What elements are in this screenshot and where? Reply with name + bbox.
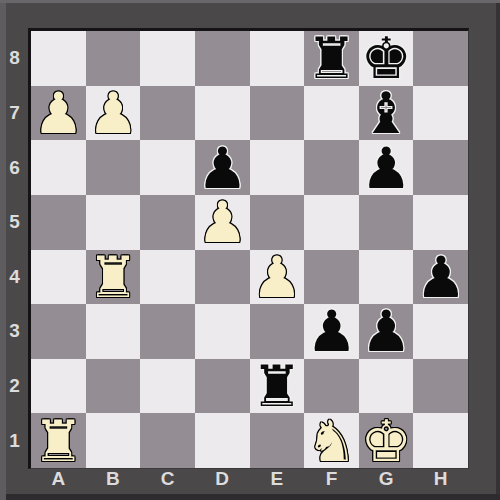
square-f1[interactable]: ♞ <box>304 413 359 468</box>
board-frame: ♜♚♟♟♝♟♟♟♜♟♟♟♟♜♜♞♚ <box>28 28 469 469</box>
square-b7[interactable]: ♟ <box>86 86 141 141</box>
square-a1[interactable]: ♜ <box>31 413 86 468</box>
square-c3[interactable] <box>140 304 195 359</box>
square-f2[interactable] <box>304 359 359 414</box>
square-a8[interactable] <box>31 31 86 86</box>
square-d7[interactable] <box>195 86 250 141</box>
rank-label-7: 7 <box>0 86 29 141</box>
square-h8[interactable] <box>413 31 468 86</box>
square-e5[interactable] <box>250 195 305 250</box>
square-b3[interactable] <box>86 304 141 359</box>
white-rook-a1[interactable]: ♜ <box>33 414 84 468</box>
square-g1[interactable]: ♚ <box>359 413 414 468</box>
file-label-c: C <box>140 466 195 492</box>
square-a5[interactable] <box>31 195 86 250</box>
square-e4[interactable]: ♟ <box>250 250 305 305</box>
white-pawn-b7[interactable]: ♟ <box>87 86 138 140</box>
square-g7[interactable]: ♝ <box>359 86 414 141</box>
square-d2[interactable] <box>195 359 250 414</box>
square-e8[interactable] <box>250 31 305 86</box>
square-e6[interactable] <box>250 140 305 195</box>
rank-label-3: 3 <box>0 304 29 359</box>
square-c6[interactable] <box>140 140 195 195</box>
file-label-d: D <box>195 466 250 492</box>
white-rook-b4[interactable]: ♜ <box>87 250 138 304</box>
black-rook-f8[interactable]: ♜ <box>306 31 357 85</box>
square-f7[interactable] <box>304 86 359 141</box>
square-f6[interactable] <box>304 140 359 195</box>
square-c4[interactable] <box>140 250 195 305</box>
square-h4[interactable]: ♟ <box>413 250 468 305</box>
black-pawn-f3[interactable]: ♟ <box>306 304 357 358</box>
square-c2[interactable] <box>140 359 195 414</box>
square-g2[interactable] <box>359 359 414 414</box>
file-label-b: B <box>86 466 141 492</box>
square-h2[interactable] <box>413 359 468 414</box>
square-c5[interactable] <box>140 195 195 250</box>
chess-diagram: 87654321 ♜♚♟♟♝♟♟♟♜♟♟♟♟♜♜♞♚ ABCDEFGH <box>0 0 500 500</box>
black-bishop-g7[interactable]: ♝ <box>361 86 412 140</box>
white-knight-f1[interactable]: ♞ <box>306 414 357 468</box>
square-f3[interactable]: ♟ <box>304 304 359 359</box>
file-label-e: E <box>250 466 305 492</box>
black-pawn-g6[interactable]: ♟ <box>361 141 412 195</box>
black-king-g8[interactable]: ♚ <box>361 31 412 85</box>
square-b5[interactable] <box>86 195 141 250</box>
black-rook-e2[interactable]: ♜ <box>251 359 302 413</box>
square-h7[interactable] <box>413 86 468 141</box>
file-label-g: G <box>359 466 414 492</box>
square-f4[interactable] <box>304 250 359 305</box>
square-h5[interactable] <box>413 195 468 250</box>
rank-label-2: 2 <box>0 359 29 414</box>
square-a3[interactable] <box>31 304 86 359</box>
file-labels: ABCDEFGH <box>31 466 468 492</box>
white-king-g1[interactable]: ♚ <box>361 414 412 468</box>
white-pawn-d5[interactable]: ♟ <box>197 195 248 249</box>
border-bevel-bottom <box>0 494 500 500</box>
rank-label-5: 5 <box>0 195 29 250</box>
square-d5[interactable]: ♟ <box>195 195 250 250</box>
file-label-f: F <box>304 466 359 492</box>
square-b8[interactable] <box>86 31 141 86</box>
black-pawn-g3[interactable]: ♟ <box>361 304 412 358</box>
file-label-h: H <box>413 466 468 492</box>
rank-label-4: 4 <box>0 250 29 305</box>
square-d1[interactable] <box>195 413 250 468</box>
border-bevel-top <box>0 0 500 3</box>
square-h1[interactable] <box>413 413 468 468</box>
white-pawn-a7[interactable]: ♟ <box>33 86 84 140</box>
square-a4[interactable] <box>31 250 86 305</box>
square-g3[interactable]: ♟ <box>359 304 414 359</box>
square-d3[interactable] <box>195 304 250 359</box>
square-e3[interactable] <box>250 304 305 359</box>
square-a7[interactable]: ♟ <box>31 86 86 141</box>
square-a2[interactable] <box>31 359 86 414</box>
square-e7[interactable] <box>250 86 305 141</box>
square-g6[interactable]: ♟ <box>359 140 414 195</box>
square-b4[interactable]: ♜ <box>86 250 141 305</box>
square-g8[interactable]: ♚ <box>359 31 414 86</box>
square-h6[interactable] <box>413 140 468 195</box>
rank-label-6: 6 <box>0 140 29 195</box>
board: ♜♚♟♟♝♟♟♟♜♟♟♟♟♜♜♞♚ <box>31 31 468 468</box>
black-pawn-d6[interactable]: ♟ <box>197 141 248 195</box>
black-pawn-h4[interactable]: ♟ <box>415 250 466 304</box>
border-bevel-right <box>496 0 500 500</box>
square-f8[interactable]: ♜ <box>304 31 359 86</box>
file-label-a: A <box>31 466 86 492</box>
square-c7[interactable] <box>140 86 195 141</box>
square-d6[interactable]: ♟ <box>195 140 250 195</box>
square-c1[interactable] <box>140 413 195 468</box>
square-b2[interactable] <box>86 359 141 414</box>
square-g4[interactable] <box>359 250 414 305</box>
square-e1[interactable] <box>250 413 305 468</box>
square-f5[interactable] <box>304 195 359 250</box>
rank-label-1: 1 <box>0 413 29 468</box>
square-e2[interactable]: ♜ <box>250 359 305 414</box>
square-d8[interactable] <box>195 31 250 86</box>
square-b1[interactable] <box>86 413 141 468</box>
square-a6[interactable] <box>31 140 86 195</box>
rank-labels: 87654321 <box>0 31 29 468</box>
square-c8[interactable] <box>140 31 195 86</box>
white-pawn-e4[interactable]: ♟ <box>251 250 302 304</box>
square-h3[interactable] <box>413 304 468 359</box>
rank-label-8: 8 <box>0 31 29 86</box>
square-g5[interactable] <box>359 195 414 250</box>
square-d4[interactable] <box>195 250 250 305</box>
square-b6[interactable] <box>86 140 141 195</box>
